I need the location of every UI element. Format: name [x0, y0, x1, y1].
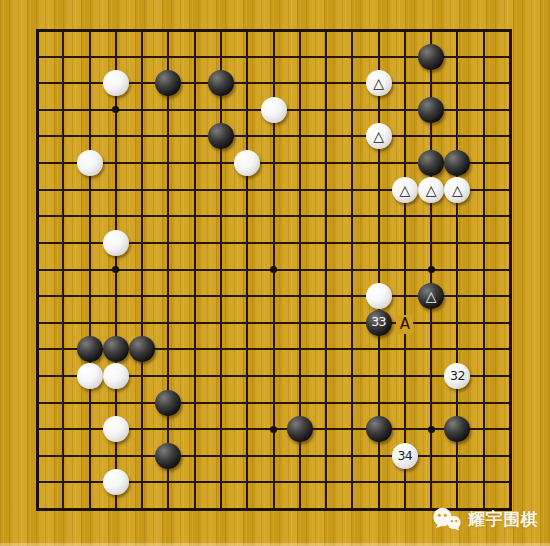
stone-black: [103, 336, 129, 362]
star-point: [270, 266, 277, 273]
move-number: 33: [371, 316, 386, 329]
stone-black: [366, 416, 392, 442]
stone-black: [287, 416, 313, 442]
triangle-mark: △: [399, 182, 410, 196]
stone-white: [103, 363, 129, 389]
watermark-text: 耀宇围棋: [468, 508, 538, 531]
stone-white: [103, 230, 129, 256]
triangle-mark: △: [452, 182, 463, 196]
stone-white: [103, 70, 129, 96]
stone-white-triangle: △: [366, 123, 392, 149]
stone-white: [366, 283, 392, 309]
watermark: 耀宇围棋: [432, 507, 538, 532]
stone-white: [77, 150, 103, 176]
stone-black: [77, 336, 103, 362]
stone-white: [103, 416, 129, 442]
star-point: [428, 266, 435, 273]
go-board[interactable]: △△△△△△333234A: [0, 0, 550, 546]
move-number: 32: [450, 370, 465, 383]
stone-white-triangle: △: [444, 177, 470, 203]
triangle-mark: △: [373, 76, 384, 90]
stone-black: [418, 97, 444, 123]
stone-white-triangle: △: [366, 70, 392, 96]
triangle-mark: △: [426, 182, 437, 196]
move-number: 34: [397, 450, 412, 463]
star-point: [428, 426, 435, 433]
stone-white-triangle: △: [418, 177, 444, 203]
go-diagram: △△△△△△333234A 耀宇围棋: [0, 0, 550, 546]
stone-white-move-34: 34: [392, 443, 418, 469]
stone-black: [155, 390, 181, 416]
wechat-logo-icon: [432, 507, 463, 532]
triangle-mark: △: [373, 129, 384, 143]
point-label-A: A: [396, 315, 413, 334]
stone-black: [208, 70, 234, 96]
stone-white: [77, 363, 103, 389]
stone-black-move-33: 33: [366, 310, 392, 336]
stone-black: [155, 443, 181, 469]
stone-white: [261, 97, 287, 123]
stone-black: [418, 44, 444, 70]
triangle-mark: △: [426, 289, 437, 303]
star-point: [270, 426, 277, 433]
stone-white-triangle: △: [392, 177, 418, 203]
